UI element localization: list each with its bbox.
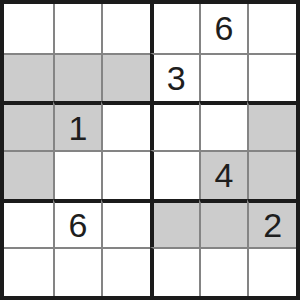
cell-r2c5[interactable] [199,53,248,102]
cell-r3c1[interactable] [4,101,53,150]
cell-r5c1[interactable] [4,199,53,248]
cell-r5c6: 2 [247,199,296,248]
given-digit: 6 [215,11,234,45]
cell-r2c1[interactable] [4,53,53,102]
cell-r3c2: 1 [53,101,102,150]
cell-r4c5: 4 [199,150,248,199]
cell-r1c2[interactable] [53,4,102,53]
cell-r4c2[interactable] [53,150,102,199]
cell-r5c4[interactable] [150,199,199,248]
given-digit: 4 [215,158,234,192]
cell-r2c2[interactable] [53,53,102,102]
cell-r2c3[interactable] [101,53,150,102]
given-digit: 6 [69,208,88,242]
cell-r6c6[interactable] [247,247,296,296]
cell-r2c6[interactable] [247,53,296,102]
cell-r4c6[interactable] [247,150,296,199]
cell-r3c4[interactable] [150,101,199,150]
cell-r4c4[interactable] [150,150,199,199]
cell-r6c5[interactable] [199,247,248,296]
given-digit: 3 [167,61,186,95]
sudoku-board: 631462 [0,0,300,300]
cell-r1c4[interactable] [150,4,199,53]
sudoku-page: 631462 [0,0,300,300]
cell-r1c1[interactable] [4,4,53,53]
cell-r6c2[interactable] [53,247,102,296]
cell-r2c4: 3 [150,53,199,102]
cell-r5c2: 6 [53,199,102,248]
cell-r6c4[interactable] [150,247,199,296]
cell-r1c3[interactable] [101,4,150,53]
cell-r5c3[interactable] [101,199,150,248]
cell-r4c3[interactable] [101,150,150,199]
cell-r1c6[interactable] [247,4,296,53]
given-digit: 1 [69,111,88,145]
cell-r3c5[interactable] [199,101,248,150]
cell-r6c3[interactable] [101,247,150,296]
cell-r3c3[interactable] [101,101,150,150]
cell-r3c6[interactable] [247,101,296,150]
cell-r5c5[interactable] [199,199,248,248]
given-digit: 2 [263,208,282,242]
cell-r1c5: 6 [199,4,248,53]
cell-r6c1[interactable] [4,247,53,296]
cell-r4c1[interactable] [4,150,53,199]
